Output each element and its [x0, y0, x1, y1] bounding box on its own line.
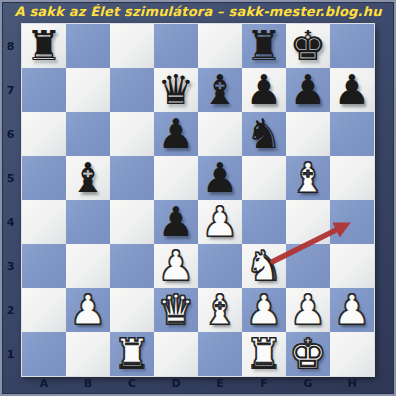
black-king-g8: ♚: [290, 24, 327, 68]
white-king-g1: ♚: [290, 332, 327, 376]
square-g2: ♟: [286, 288, 330, 332]
square-b3: [66, 244, 110, 288]
file-label-g: G: [286, 374, 330, 393]
square-b2: ♟: [66, 288, 110, 332]
file-label-a: A: [22, 374, 66, 393]
square-g3: [286, 244, 330, 288]
white-rook-f1: ♜: [246, 332, 283, 376]
square-c1: ♜: [110, 332, 154, 376]
square-h5: [330, 156, 374, 200]
square-g5: ♝: [286, 156, 330, 200]
square-d2: ♛: [154, 288, 198, 332]
square-b5: ♝: [66, 156, 110, 200]
file-label-b: B: [66, 374, 110, 393]
file-label-f: F: [242, 374, 286, 393]
square-c5: [110, 156, 154, 200]
diagram-title: A sakk az Élet szimulátora – sakk-mester…: [0, 4, 396, 19]
black-bishop-b5: ♝: [70, 156, 107, 200]
file-label-e: E: [198, 374, 242, 393]
square-e5: ♟: [198, 156, 242, 200]
square-e6: [198, 112, 242, 156]
square-b7: [66, 68, 110, 112]
square-f3: ♞: [242, 244, 286, 288]
file-label-d: D: [154, 374, 198, 393]
black-rook-a8: ♜: [26, 24, 63, 68]
white-pawn-h2: ♟: [334, 288, 371, 332]
black-pawn-g7: ♟: [290, 68, 327, 112]
square-c3: [110, 244, 154, 288]
square-e2: ♝: [198, 288, 242, 332]
square-g6: [286, 112, 330, 156]
square-a8: ♜: [22, 24, 66, 68]
square-a4: [22, 200, 66, 244]
square-c6: [110, 112, 154, 156]
square-g8: ♚: [286, 24, 330, 68]
square-c4: [110, 200, 154, 244]
square-g7: ♟: [286, 68, 330, 112]
square-a1: [22, 332, 66, 376]
square-d4: ♟: [154, 200, 198, 244]
white-bishop-g5: ♝: [290, 156, 327, 200]
square-a3: [22, 244, 66, 288]
black-pawn-e5: ♟: [202, 156, 239, 200]
square-e8: [198, 24, 242, 68]
square-c8: [110, 24, 154, 68]
white-pawn-g2: ♟: [290, 288, 327, 332]
white-knight-f3: ♞: [246, 244, 283, 288]
square-a6: [22, 112, 66, 156]
black-queen-d7: ♛: [158, 68, 195, 112]
black-pawn-f7: ♟: [246, 68, 283, 112]
square-f1: ♜: [242, 332, 286, 376]
black-knight-f6: ♞: [246, 112, 283, 156]
white-pawn-e4: ♟: [202, 200, 239, 244]
square-f6: ♞: [242, 112, 286, 156]
white-bishop-e2: ♝: [202, 288, 239, 332]
square-h3: [330, 244, 374, 288]
black-pawn-h7: ♟: [334, 68, 371, 112]
square-e7: ♝: [198, 68, 242, 112]
square-h8: [330, 24, 374, 68]
rank-label-6: 6: [1, 112, 20, 156]
square-d5: [154, 156, 198, 200]
rank-label-3: 3: [1, 244, 20, 288]
square-b1: [66, 332, 110, 376]
rank-label-4: 4: [1, 200, 20, 244]
white-pawn-b2: ♟: [70, 288, 107, 332]
square-g4: [286, 200, 330, 244]
square-h7: ♟: [330, 68, 374, 112]
rank-label-2: 2: [1, 288, 20, 332]
square-e3: [198, 244, 242, 288]
square-d3: ♟: [154, 244, 198, 288]
square-f2: ♟: [242, 288, 286, 332]
square-d1: [154, 332, 198, 376]
rank-label-1: 1: [1, 332, 20, 376]
square-d7: ♛: [154, 68, 198, 112]
chess-board: ♜♜♚♛♝♟♟♟♟♞♝♟♝♟♟♟♞♟♛♝♟♟♟♜♜♚: [22, 24, 374, 376]
white-pawn-f2: ♟: [246, 288, 283, 332]
white-queen-d2: ♛: [158, 288, 195, 332]
rank-label-5: 5: [1, 156, 20, 200]
square-c7: [110, 68, 154, 112]
square-b8: [66, 24, 110, 68]
square-g1: ♚: [286, 332, 330, 376]
square-h1: [330, 332, 374, 376]
square-d6: ♟: [154, 112, 198, 156]
square-b6: [66, 112, 110, 156]
square-c2: [110, 288, 154, 332]
file-label-c: C: [110, 374, 154, 393]
chess-diagram-frame: A sakk az Élet szimulátora – sakk-mester…: [0, 0, 396, 396]
square-h2: ♟: [330, 288, 374, 332]
white-rook-c1: ♜: [114, 332, 151, 376]
black-pawn-d4: ♟: [158, 200, 195, 244]
black-bishop-e7: ♝: [202, 68, 239, 112]
square-d8: [154, 24, 198, 68]
square-b4: [66, 200, 110, 244]
file-label-h: H: [330, 374, 374, 393]
rank-label-8: 8: [1, 24, 20, 68]
square-a5: [22, 156, 66, 200]
square-h4: [330, 200, 374, 244]
black-rook-f8: ♜: [246, 24, 283, 68]
square-f8: ♜: [242, 24, 286, 68]
square-a7: [22, 68, 66, 112]
square-e1: [198, 332, 242, 376]
square-f4: [242, 200, 286, 244]
square-f7: ♟: [242, 68, 286, 112]
black-pawn-d6: ♟: [158, 112, 195, 156]
rank-label-7: 7: [1, 68, 20, 112]
white-pawn-d3: ♟: [158, 244, 195, 288]
square-h6: [330, 112, 374, 156]
square-f5: [242, 156, 286, 200]
square-a2: [22, 288, 66, 332]
square-e4: ♟: [198, 200, 242, 244]
